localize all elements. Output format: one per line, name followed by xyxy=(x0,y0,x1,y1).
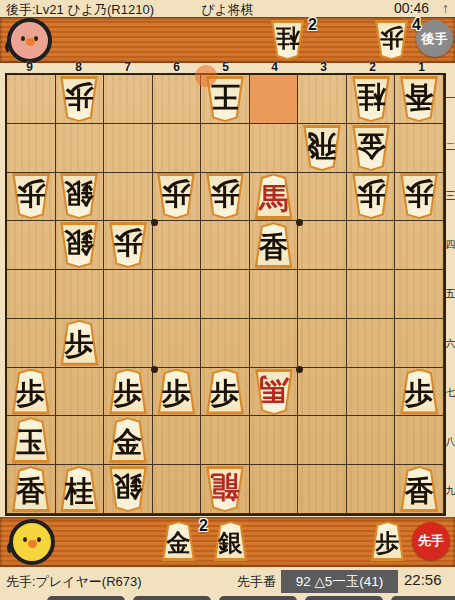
rank-label-7: 七 xyxy=(446,368,455,417)
piece-44-sente[interactable]: 香 xyxy=(253,222,295,268)
piece-glyph: 龍 xyxy=(210,473,239,506)
hand-count: 4 xyxy=(412,16,421,34)
square-86[interactable]: 歩 xyxy=(56,319,105,368)
piece-86-sente[interactable]: 歩 xyxy=(58,320,100,366)
piece-53-gote[interactable]: 歩 xyxy=(204,173,246,219)
piece-43-sente[interactable]: 馬 xyxy=(253,173,295,219)
rank-label-3: 三 xyxy=(446,171,455,220)
square-54[interactable] xyxy=(201,221,250,270)
collapse-arrow-icon[interactable]: ↑ xyxy=(442,0,449,16)
piece-79-gote[interactable]: 銀 xyxy=(107,466,149,512)
square-49[interactable] xyxy=(250,465,299,514)
square-88[interactable] xyxy=(56,416,105,465)
rank-label-6: 六 xyxy=(446,319,455,368)
square-27[interactable] xyxy=(347,368,396,417)
square-12[interactable] xyxy=(395,124,444,173)
piece-glyph: 銀 xyxy=(65,180,94,213)
file-label-4: 4 xyxy=(250,61,299,73)
square-79[interactable]: 銀 xyxy=(104,465,153,514)
piece-glyph: 銀 xyxy=(113,473,142,506)
square-92[interactable] xyxy=(7,124,56,173)
piece-glyph: 歩 xyxy=(113,229,142,262)
piece-glyph: 香 xyxy=(405,82,434,115)
square-82[interactable] xyxy=(56,124,105,173)
piece-glyph: 金 xyxy=(113,424,142,457)
toolbar-button[interactable] xyxy=(391,596,455,600)
square-72[interactable] xyxy=(104,124,153,173)
square-66[interactable] xyxy=(153,319,202,368)
square-11[interactable]: 香 xyxy=(395,75,444,124)
piece-74-gote[interactable]: 歩 xyxy=(107,222,149,268)
square-47[interactable]: 馬 xyxy=(250,368,299,417)
square-13[interactable]: 歩 xyxy=(395,173,444,222)
file-label-6: 6 xyxy=(152,61,201,73)
square-43[interactable]: 馬 xyxy=(250,173,299,222)
square-38[interactable] xyxy=(298,416,347,465)
sente-hand-bar: 金2銀歩 先手 xyxy=(0,517,455,567)
piece-glyph: 飛 xyxy=(308,131,337,164)
toolbar-button[interactable] xyxy=(47,596,125,600)
square-65[interactable] xyxy=(153,270,202,319)
square-68[interactable] xyxy=(153,416,202,465)
square-18[interactable] xyxy=(395,416,444,465)
square-25[interactable] xyxy=(347,270,396,319)
square-23[interactable]: 歩 xyxy=(347,173,396,222)
piece-93-gote[interactable]: 歩 xyxy=(10,173,52,219)
square-84[interactable]: 銀 xyxy=(56,221,105,270)
piece-glyph: 歩 xyxy=(210,180,239,213)
square-94[interactable] xyxy=(7,221,56,270)
gote-hand-桂[interactable]: 桂2 xyxy=(269,20,306,60)
piece-77-sente[interactable]: 歩 xyxy=(107,369,149,415)
gote-badge: 後手 xyxy=(416,20,453,57)
square-26[interactable] xyxy=(347,319,396,368)
piece-glyph: 歩 xyxy=(162,180,191,213)
piece-glyph: 香 xyxy=(259,229,288,262)
square-14[interactable] xyxy=(395,221,444,270)
square-39[interactable] xyxy=(298,465,347,514)
avatar-wing-icon xyxy=(7,540,23,556)
piece-glyph: 桂 xyxy=(276,26,300,54)
file-label-7: 7 xyxy=(103,61,152,73)
piece-59-gote[interactable]: 龍 xyxy=(204,466,246,512)
toolbar-button[interactable] xyxy=(219,596,297,600)
sente-hand-歩[interactable]: 歩 xyxy=(369,521,406,561)
top-status-bar: 後手:Lv21 ひよ乃(R1210) ぴよ将棋 00:46 ↑ xyxy=(0,0,455,17)
piece-97-sente[interactable]: 歩 xyxy=(10,369,52,415)
piece-glyph: 歩 xyxy=(356,180,385,213)
square-89[interactable]: 桂 xyxy=(56,465,105,514)
piece-glyph: 歩 xyxy=(16,180,45,213)
piece-57-sente[interactable]: 歩 xyxy=(204,369,246,415)
hand-count: 2 xyxy=(308,16,317,34)
star-point xyxy=(151,366,158,373)
square-55[interactable] xyxy=(201,270,250,319)
piece-98-sente[interactable]: 玉 xyxy=(10,417,52,463)
square-77[interactable]: 歩 xyxy=(104,368,153,417)
piece-glyph: 香 xyxy=(16,473,45,506)
sente-avatar-chick-icon xyxy=(9,519,55,565)
square-42[interactable] xyxy=(250,124,299,173)
shogi-board: 歩王桂香飛金歩銀歩歩馬歩歩銀歩香歩歩歩歩歩馬歩玉金香桂銀龍香 xyxy=(5,73,446,516)
toolbar-button[interactable] xyxy=(133,596,211,600)
piece-17-sente[interactable]: 歩 xyxy=(398,369,440,415)
square-33[interactable] xyxy=(298,173,347,222)
piece-89-sente[interactable]: 桂 xyxy=(58,466,100,512)
piece-glyph: 銀 xyxy=(219,527,243,555)
file-label-1: 1 xyxy=(397,61,446,73)
avatar-beak-icon xyxy=(28,540,37,548)
piece-21-gote[interactable]: 桂 xyxy=(350,76,392,122)
piece-22-gote[interactable]: 金 xyxy=(350,125,392,171)
piece-glyph: 歩 xyxy=(65,326,94,359)
sente-hand-銀[interactable]: 銀 xyxy=(212,521,249,561)
rank-labels: 一二三四五六七八九 xyxy=(446,73,455,516)
square-99[interactable]: 香 xyxy=(7,465,56,514)
file-label-9: 9 xyxy=(5,61,54,73)
square-67[interactable]: 歩 xyxy=(153,368,202,417)
square-87[interactable] xyxy=(56,368,105,417)
piece-glyph: 王 xyxy=(210,82,239,115)
square-61[interactable] xyxy=(153,75,202,124)
piece-glyph: 桂 xyxy=(65,473,94,506)
sente-hand-金[interactable]: 金2 xyxy=(160,521,197,561)
piece-glyph: 桂 xyxy=(356,82,385,115)
square-62[interactable] xyxy=(153,124,202,173)
star-point xyxy=(296,366,303,373)
square-98[interactable]: 玉 xyxy=(7,416,56,465)
piece-84-gote[interactable]: 銀 xyxy=(58,222,100,268)
square-64[interactable] xyxy=(153,221,202,270)
piece-glyph: 歩 xyxy=(405,375,434,408)
piece-glyph: 歩 xyxy=(210,375,239,408)
hand-count: 2 xyxy=(199,517,208,535)
square-71[interactable] xyxy=(104,75,153,124)
piece-glyph: 歩 xyxy=(16,375,45,408)
square-58[interactable] xyxy=(201,416,250,465)
square-46[interactable] xyxy=(250,319,299,368)
square-97[interactable]: 歩 xyxy=(7,368,56,417)
square-73[interactable] xyxy=(104,173,153,222)
gote-clock: 00:46 xyxy=(394,0,429,16)
square-36[interactable] xyxy=(298,319,347,368)
square-83[interactable]: 銀 xyxy=(56,173,105,222)
sente-badge: 先手 xyxy=(412,522,450,560)
piece-glyph: 歩 xyxy=(162,375,191,408)
square-74[interactable]: 歩 xyxy=(104,221,153,270)
piece-47-gote[interactable]: 馬 xyxy=(253,369,295,415)
piece-glyph: 銀 xyxy=(65,229,94,262)
piece-13-gote[interactable]: 歩 xyxy=(398,173,440,219)
piece-99-sente[interactable]: 香 xyxy=(10,466,52,512)
rank-label-2: 二 xyxy=(446,122,455,171)
piece-glyph: 歩 xyxy=(380,26,404,54)
square-21[interactable]: 桂 xyxy=(347,75,396,124)
square-78[interactable]: 金 xyxy=(104,416,153,465)
square-28[interactable] xyxy=(347,416,396,465)
piece-glyph: 馬 xyxy=(259,180,288,213)
piece-23-gote[interactable]: 歩 xyxy=(350,173,392,219)
square-93[interactable]: 歩 xyxy=(7,173,56,222)
file-labels: 987654321 xyxy=(5,61,446,73)
piece-67-sente[interactable]: 歩 xyxy=(155,369,197,415)
avatar-eye-icon xyxy=(21,36,25,41)
square-22[interactable]: 金 xyxy=(347,124,396,173)
square-44[interactable]: 香 xyxy=(250,221,299,270)
square-41[interactable] xyxy=(250,75,299,124)
rank-label-4: 四 xyxy=(446,221,455,270)
piece-glyph: 金 xyxy=(167,527,191,555)
square-63[interactable]: 歩 xyxy=(153,173,202,222)
gote-hand-歩[interactable]: 歩4 xyxy=(373,20,410,60)
piece-78-sente[interactable]: 金 xyxy=(107,417,149,463)
avatar-beak-icon xyxy=(26,38,35,46)
square-17[interactable]: 歩 xyxy=(395,368,444,417)
square-91[interactable] xyxy=(7,75,56,124)
piece-83-gote[interactable]: 銀 xyxy=(58,173,100,219)
rank-label-8: 八 xyxy=(446,418,455,467)
square-31[interactable] xyxy=(298,75,347,124)
square-59[interactable]: 龍 xyxy=(201,465,250,514)
square-85[interactable] xyxy=(56,270,105,319)
avatar-wing-icon xyxy=(5,39,21,55)
square-37[interactable] xyxy=(298,368,347,417)
star-point xyxy=(151,219,158,226)
square-75[interactable] xyxy=(104,270,153,319)
avatar-eye-icon xyxy=(23,537,27,542)
square-34[interactable] xyxy=(298,221,347,270)
square-16[interactable] xyxy=(395,319,444,368)
piece-glyph: 歩 xyxy=(376,527,400,555)
square-57[interactable]: 歩 xyxy=(201,368,250,417)
piece-19-sente[interactable]: 香 xyxy=(398,466,440,512)
square-52[interactable] xyxy=(201,124,250,173)
piece-glyph: 玉 xyxy=(16,424,45,457)
move-history-box[interactable]: 92 △5一玉(41) xyxy=(281,570,398,593)
square-96[interactable] xyxy=(7,319,56,368)
square-81[interactable]: 歩 xyxy=(56,75,105,124)
square-29[interactable] xyxy=(347,465,396,514)
piece-63-gote[interactable]: 歩 xyxy=(155,173,197,219)
square-69[interactable] xyxy=(153,465,202,514)
file-label-2: 2 xyxy=(348,61,397,73)
square-95[interactable] xyxy=(7,270,56,319)
square-53[interactable]: 歩 xyxy=(201,173,250,222)
piyo-shogi-app: 後手:Lv21 ひよ乃(R1210) ぴよ将棋 00:46 ↑ 桂2歩4 後手 … xyxy=(0,0,455,600)
piece-glyph: 香 xyxy=(405,473,434,506)
piece-11-gote[interactable]: 香 xyxy=(398,76,440,122)
piece-glyph: 金 xyxy=(356,131,385,164)
turn-indicator: 先手番 xyxy=(237,573,276,591)
avatar-eye-icon xyxy=(37,537,41,542)
rank-label-1: 一 xyxy=(446,73,455,122)
square-48[interactable] xyxy=(250,416,299,465)
square-15[interactable] xyxy=(395,270,444,319)
gote-hand-bar: 桂2歩4 後手 xyxy=(0,17,455,63)
rank-label-9: 九 xyxy=(446,467,455,516)
square-45[interactable] xyxy=(250,270,299,319)
square-32[interactable]: 飛 xyxy=(298,124,347,173)
gote-avatar-chick-icon xyxy=(7,18,52,63)
sente-player-label: 先手:プレイヤー(R673) xyxy=(6,573,142,591)
square-35[interactable] xyxy=(298,270,347,319)
piece-glyph: 歩 xyxy=(65,82,94,115)
file-label-3: 3 xyxy=(299,61,348,73)
piece-glyph: 歩 xyxy=(113,375,142,408)
square-19[interactable]: 香 xyxy=(395,465,444,514)
piece-glyph: 歩 xyxy=(405,180,434,213)
piece-81-gote[interactable]: 歩 xyxy=(58,76,100,122)
piece-32-gote[interactable]: 飛 xyxy=(301,125,343,171)
toolbar-button[interactable] xyxy=(305,596,383,600)
sente-clock: 22:56 xyxy=(404,571,442,588)
piece-glyph: 馬 xyxy=(259,375,288,408)
rank-label-5: 五 xyxy=(446,270,455,319)
square-56[interactable] xyxy=(201,319,250,368)
square-24[interactable] xyxy=(347,221,396,270)
file-label-8: 8 xyxy=(54,61,103,73)
square-76[interactable] xyxy=(104,319,153,368)
avatar-eye-icon xyxy=(34,36,38,41)
